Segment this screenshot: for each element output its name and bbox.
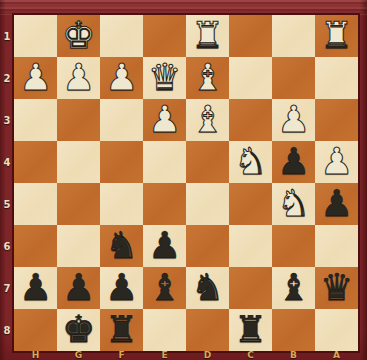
square-h3[interactable] <box>14 99 57 141</box>
file-label-a: A <box>315 350 358 360</box>
rank-label-3: 3 <box>0 99 14 141</box>
square-b2[interactable] <box>272 57 315 99</box>
square-e6[interactable]: ♟ <box>143 225 186 267</box>
square-a2[interactable] <box>315 57 358 99</box>
white-knight[interactable]: ♞ <box>234 143 267 180</box>
white-pawn[interactable]: ♟ <box>320 143 353 180</box>
rank-label-8: 8 <box>0 309 14 351</box>
white-knight[interactable]: ♞ <box>277 185 310 222</box>
square-b8[interactable] <box>272 309 315 351</box>
file-label-f: F <box>100 350 143 360</box>
white-pawn[interactable]: ♟ <box>19 59 52 96</box>
square-a5[interactable]: ♟ <box>315 183 358 225</box>
black-bishop[interactable]: ♝ <box>148 269 181 306</box>
square-f1[interactable] <box>100 15 143 57</box>
square-g6[interactable] <box>57 225 100 267</box>
square-e1[interactable] <box>143 15 186 57</box>
square-g3[interactable] <box>57 99 100 141</box>
square-c3[interactable] <box>229 99 272 141</box>
square-d4[interactable] <box>186 141 229 183</box>
black-pawn[interactable]: ♟ <box>320 185 353 222</box>
square-a7[interactable]: ♛ <box>315 267 358 309</box>
rank-label-7: 7 <box>0 267 14 309</box>
black-pawn[interactable]: ♟ <box>62 269 95 306</box>
chess-board-frame: ♚♜♜♟♟♟♛♝♟♝♟♞♟♟♞♟♞♟♟♟♟♝♞♝♛♚♜♜ 12345678 HG… <box>0 0 367 360</box>
square-e8[interactable] <box>143 309 186 351</box>
square-e7[interactable]: ♝ <box>143 267 186 309</box>
square-h1[interactable] <box>14 15 57 57</box>
file-label-h: H <box>14 350 57 360</box>
rank-label-2: 2 <box>0 57 14 99</box>
square-h6[interactable] <box>14 225 57 267</box>
rank-labels: 12345678 <box>0 15 14 351</box>
white-bishop[interactable]: ♝ <box>191 101 224 138</box>
square-d5[interactable] <box>186 183 229 225</box>
white-pawn[interactable]: ♟ <box>105 59 138 96</box>
black-pawn[interactable]: ♟ <box>277 143 310 180</box>
rank-label-1: 1 <box>0 15 14 57</box>
file-label-e: E <box>143 350 186 360</box>
square-g7[interactable]: ♟ <box>57 267 100 309</box>
square-f2[interactable]: ♟ <box>100 57 143 99</box>
square-g1[interactable]: ♚ <box>57 15 100 57</box>
black-rook[interactable]: ♜ <box>234 311 267 348</box>
rank-label-4: 4 <box>0 141 14 183</box>
square-f3[interactable] <box>100 99 143 141</box>
square-f4[interactable] <box>100 141 143 183</box>
white-king[interactable]: ♚ <box>62 17 95 54</box>
square-c2[interactable] <box>229 57 272 99</box>
white-pawn[interactable]: ♟ <box>62 59 95 96</box>
black-bishop[interactable]: ♝ <box>277 269 310 306</box>
square-b6[interactable] <box>272 225 315 267</box>
square-a6[interactable] <box>315 225 358 267</box>
square-e3[interactable]: ♟ <box>143 99 186 141</box>
black-rook[interactable]: ♜ <box>105 311 138 348</box>
square-h5[interactable] <box>14 183 57 225</box>
square-c6[interactable] <box>229 225 272 267</box>
square-g2[interactable]: ♟ <box>57 57 100 99</box>
square-d6[interactable] <box>186 225 229 267</box>
square-b3[interactable]: ♟ <box>272 99 315 141</box>
square-e2[interactable]: ♛ <box>143 57 186 99</box>
square-f6[interactable]: ♞ <box>100 225 143 267</box>
rank-label-5: 5 <box>0 183 14 225</box>
square-g4[interactable] <box>57 141 100 183</box>
file-label-g: G <box>57 350 100 360</box>
square-d1[interactable]: ♜ <box>186 15 229 57</box>
square-a4[interactable]: ♟ <box>315 141 358 183</box>
square-b5[interactable]: ♞ <box>272 183 315 225</box>
square-e5[interactable] <box>143 183 186 225</box>
square-a8[interactable] <box>315 309 358 351</box>
square-d7[interactable]: ♞ <box>186 267 229 309</box>
square-f5[interactable] <box>100 183 143 225</box>
square-h4[interactable] <box>14 141 57 183</box>
file-label-d: D <box>186 350 229 360</box>
square-c4[interactable]: ♞ <box>229 141 272 183</box>
square-c8[interactable]: ♜ <box>229 309 272 351</box>
black-pawn[interactable]: ♟ <box>148 227 181 264</box>
white-queen[interactable]: ♛ <box>148 59 181 96</box>
square-g5[interactable] <box>57 183 100 225</box>
black-pawn[interactable]: ♟ <box>105 269 138 306</box>
square-h8[interactable] <box>14 309 57 351</box>
file-label-c: C <box>229 350 272 360</box>
black-queen[interactable]: ♛ <box>320 269 353 306</box>
white-pawn[interactable]: ♟ <box>277 101 310 138</box>
square-f8[interactable]: ♜ <box>100 309 143 351</box>
square-d8[interactable] <box>186 309 229 351</box>
square-g8[interactable]: ♚ <box>57 309 100 351</box>
white-pawn[interactable]: ♟ <box>148 101 181 138</box>
square-e4[interactable] <box>143 141 186 183</box>
square-a1[interactable]: ♜ <box>315 15 358 57</box>
square-c5[interactable] <box>229 183 272 225</box>
square-c7[interactable] <box>229 267 272 309</box>
square-a3[interactable] <box>315 99 358 141</box>
black-pawn[interactable]: ♟ <box>19 269 52 306</box>
square-b4[interactable]: ♟ <box>272 141 315 183</box>
rank-label-6: 6 <box>0 225 14 267</box>
black-king[interactable]: ♚ <box>62 311 95 348</box>
white-bishop[interactable]: ♝ <box>191 59 224 96</box>
square-b7[interactable]: ♝ <box>272 267 315 309</box>
file-label-b: B <box>272 350 315 360</box>
square-f7[interactable]: ♟ <box>100 267 143 309</box>
square-h7[interactable]: ♟ <box>14 267 57 309</box>
black-knight[interactable]: ♞ <box>191 269 224 306</box>
chess-board: ♚♜♜♟♟♟♛♝♟♝♟♞♟♟♞♟♞♟♟♟♟♝♞♝♛♚♜♜ <box>14 15 358 351</box>
square-c1[interactable] <box>229 15 272 57</box>
file-labels: HGFEDCBA <box>14 350 358 360</box>
white-rook[interactable]: ♜ <box>320 17 353 54</box>
black-knight[interactable]: ♞ <box>105 227 138 264</box>
square-h2[interactable]: ♟ <box>14 57 57 99</box>
square-d2[interactable]: ♝ <box>186 57 229 99</box>
white-rook[interactable]: ♜ <box>191 17 224 54</box>
square-d3[interactable]: ♝ <box>186 99 229 141</box>
square-b1[interactable] <box>272 15 315 57</box>
